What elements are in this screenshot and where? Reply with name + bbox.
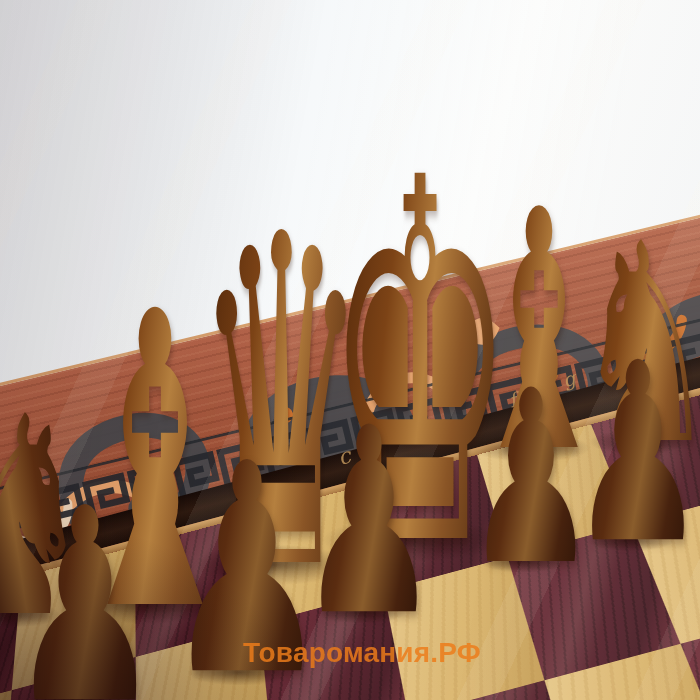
pieces-layer: ♞♝♚♟♟♛♝♟♞♟♟ [0, 0, 700, 700]
chess-product-photo: cefg ♞♝♚♟♟♛♝♟♞♟♟ Товаромания.РФ [0, 0, 700, 700]
watermark: Товаромания.РФ [243, 637, 481, 669]
piece-pawn-e2: ♟ [465, 359, 598, 598]
piece-pawn-b2: ♟ [8, 473, 161, 700]
